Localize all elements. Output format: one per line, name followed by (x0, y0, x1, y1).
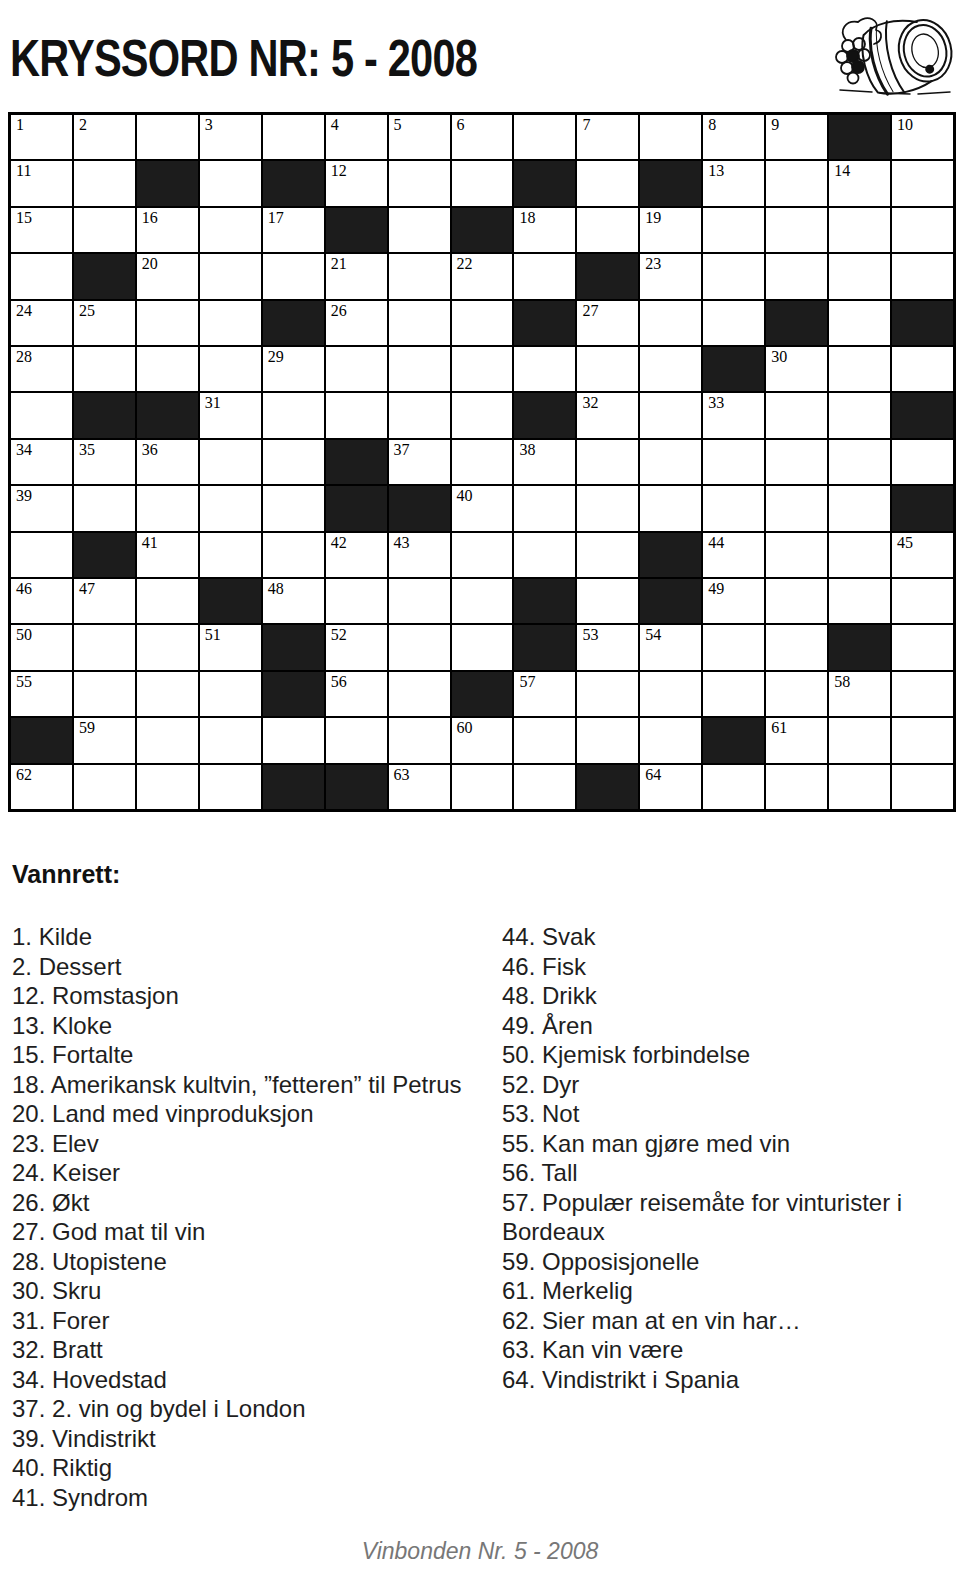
letter-cell (829, 393, 890, 437)
clue-number: 49 (708, 580, 724, 598)
letter-cell (766, 672, 827, 716)
clue-number: 12 (331, 162, 347, 180)
letter-cell: 62 (11, 765, 72, 809)
letter-cell (200, 301, 261, 345)
letter-cell: 38 (514, 440, 575, 484)
letter-cell (137, 347, 198, 391)
letter-cell (200, 440, 261, 484)
block-cell (389, 486, 450, 530)
clue-item: 53. Not (502, 1099, 952, 1129)
letter-cell: 46 (11, 579, 72, 623)
clue-item: 49. Åren (502, 1011, 952, 1041)
letter-cell (452, 533, 513, 577)
letter-cell (389, 718, 450, 762)
letter-cell (829, 254, 890, 298)
letter-cell (137, 765, 198, 809)
letter-cell: 30 (766, 347, 827, 391)
letter-cell (577, 718, 638, 762)
letter-cell: 21 (326, 254, 387, 298)
letter-cell (640, 347, 701, 391)
letter-cell: 35 (74, 440, 135, 484)
clue-item: 46. Fisk (502, 952, 952, 982)
letter-cell (577, 161, 638, 205)
letter-cell (263, 486, 324, 530)
letter-cell: 13 (703, 161, 764, 205)
letter-cell (577, 347, 638, 391)
letter-cell (577, 579, 638, 623)
letter-cell (892, 254, 953, 298)
clue-item: 39. Vindistrikt (12, 1424, 502, 1454)
letter-cell: 31 (200, 393, 261, 437)
letter-cell (703, 486, 764, 530)
letter-cell: 48 (263, 579, 324, 623)
letter-cell (514, 486, 575, 530)
clue-item: 28. Utopistene (12, 1247, 502, 1277)
letter-cell (892, 672, 953, 716)
clue-number: 5 (394, 116, 402, 134)
clue-number: 54 (645, 626, 661, 644)
clue-number: 59 (79, 719, 95, 737)
block-cell (200, 579, 261, 623)
letter-cell (766, 208, 827, 252)
letter-cell (514, 765, 575, 809)
letter-cell: 36 (137, 440, 198, 484)
letter-cell (514, 718, 575, 762)
clue-number: 34 (16, 441, 32, 459)
letter-cell: 20 (137, 254, 198, 298)
letter-cell: 43 (389, 533, 450, 577)
letter-cell: 27 (577, 301, 638, 345)
block-cell (577, 765, 638, 809)
letter-cell: 24 (11, 301, 72, 345)
clue-number: 56 (331, 673, 347, 691)
clue-number: 14 (834, 162, 850, 180)
crossword-grid: 1234567891011121314151617181920212223242… (8, 112, 956, 812)
clue-number: 20 (142, 255, 158, 273)
letter-cell: 1 (11, 115, 72, 159)
letter-cell: 40 (452, 486, 513, 530)
letter-cell: 37 (389, 440, 450, 484)
letter-cell: 53 (577, 625, 638, 669)
letter-cell (74, 208, 135, 252)
letter-cell (514, 533, 575, 577)
letter-cell (389, 579, 450, 623)
letter-cell (74, 486, 135, 530)
clue-item: 15. Fortalte (12, 1040, 502, 1070)
block-cell (829, 115, 890, 159)
clue-number: 62 (16, 766, 32, 784)
block-cell (892, 301, 953, 345)
letter-cell (452, 440, 513, 484)
letter-cell: 28 (11, 347, 72, 391)
clue-number: 39 (16, 487, 32, 505)
clue-item: 23. Elev (12, 1129, 502, 1159)
letter-cell: 15 (11, 208, 72, 252)
clue-number: 4 (331, 116, 339, 134)
letter-cell (452, 161, 513, 205)
letter-cell: 56 (326, 672, 387, 716)
block-cell (74, 393, 135, 437)
letter-cell (326, 393, 387, 437)
clue-number: 64 (645, 766, 661, 784)
clue-item: 40. Riktig (12, 1453, 502, 1483)
letter-cell (829, 579, 890, 623)
clue-item: 59. Opposisjonelle (502, 1247, 952, 1277)
clue-number: 3 (205, 116, 213, 134)
letter-cell (452, 625, 513, 669)
clue-number: 23 (645, 255, 661, 273)
block-cell (514, 161, 575, 205)
block-cell (263, 161, 324, 205)
letter-cell (829, 347, 890, 391)
letter-cell: 16 (137, 208, 198, 252)
block-cell (892, 486, 953, 530)
block-cell (326, 765, 387, 809)
letter-cell (766, 254, 827, 298)
clue-item: 37. 2. vin og bydel i London (12, 1394, 502, 1424)
block-cell (640, 533, 701, 577)
letter-cell: 32 (577, 393, 638, 437)
clue-item: 24. Keiser (12, 1158, 502, 1188)
letter-cell (263, 254, 324, 298)
block-cell (137, 161, 198, 205)
letter-cell: 34 (11, 440, 72, 484)
clue-number: 29 (268, 348, 284, 366)
clue-item: 26. Økt (12, 1188, 502, 1218)
block-cell (263, 301, 324, 345)
letter-cell (200, 533, 261, 577)
letter-cell: 39 (11, 486, 72, 530)
clue-item: 61. Merkelig (502, 1276, 952, 1306)
letter-cell (326, 579, 387, 623)
page-title: KRYSSORD NR: 5 - 2008 (10, 28, 477, 88)
letter-cell (11, 254, 72, 298)
letter-cell (263, 440, 324, 484)
letter-cell: 54 (640, 625, 701, 669)
letter-cell (577, 533, 638, 577)
letter-cell (74, 625, 135, 669)
clue-item: 55. Kan man gjøre med vin (502, 1129, 952, 1159)
letter-cell (766, 440, 827, 484)
clue-number: 8 (708, 116, 716, 134)
letter-cell (766, 765, 827, 809)
letter-cell (514, 254, 575, 298)
letter-cell (829, 765, 890, 809)
letter-cell: 6 (452, 115, 513, 159)
block-cell (74, 533, 135, 577)
letter-cell (640, 718, 701, 762)
letter-cell: 50 (11, 625, 72, 669)
letter-cell (703, 301, 764, 345)
clue-number: 50 (16, 626, 32, 644)
block-cell (514, 393, 575, 437)
letter-cell: 64 (640, 765, 701, 809)
letter-cell: 23 (640, 254, 701, 298)
clue-number: 52 (331, 626, 347, 644)
clue-number: 28 (16, 348, 32, 366)
letter-cell (766, 625, 827, 669)
clue-number: 21 (331, 255, 347, 273)
block-cell (137, 393, 198, 437)
block-cell (326, 208, 387, 252)
clue-number: 31 (205, 394, 221, 412)
block-cell (640, 161, 701, 205)
letter-cell: 14 (829, 161, 890, 205)
clue-number: 1 (16, 116, 24, 134)
clue-number: 6 (457, 116, 465, 134)
clue-item: 63. Kan vin være (502, 1335, 952, 1365)
letter-cell (326, 347, 387, 391)
letter-cell (577, 440, 638, 484)
letter-cell (74, 347, 135, 391)
clues-column-left: 1. Kilde2. Dessert12. Romstasjon13. Klok… (12, 922, 502, 1512)
letter-cell (200, 208, 261, 252)
letter-cell (137, 718, 198, 762)
clue-item: 57. Populær reisemåte for vinturister i … (502, 1188, 952, 1247)
clue-number: 26 (331, 302, 347, 320)
clue-item: 64. Vindistrikt i Spania (502, 1365, 952, 1395)
letter-cell (640, 301, 701, 345)
letter-cell (74, 161, 135, 205)
letter-cell: 10 (892, 115, 953, 159)
clue-number: 63 (394, 766, 410, 784)
letter-cell (640, 486, 701, 530)
clue-number: 16 (142, 209, 158, 227)
letter-cell (74, 672, 135, 716)
clue-number: 32 (582, 394, 598, 412)
letter-cell: 5 (389, 115, 450, 159)
letter-cell (640, 393, 701, 437)
letter-cell (263, 115, 324, 159)
letter-cell (703, 254, 764, 298)
block-cell (452, 208, 513, 252)
letter-cell (74, 765, 135, 809)
letter-cell: 3 (200, 115, 261, 159)
letter-cell (11, 393, 72, 437)
letter-cell (766, 533, 827, 577)
letter-cell: 25 (74, 301, 135, 345)
letter-cell (892, 347, 953, 391)
clue-number: 15 (16, 209, 32, 227)
letter-cell (452, 579, 513, 623)
clue-number: 33 (708, 394, 724, 412)
clue-item: 1. Kilde (12, 922, 502, 952)
clue-number: 58 (834, 673, 850, 691)
block-cell (514, 301, 575, 345)
letter-cell (829, 533, 890, 577)
clue-number: 36 (142, 441, 158, 459)
letter-cell (577, 486, 638, 530)
clue-number: 35 (79, 441, 95, 459)
block-cell (514, 625, 575, 669)
letter-cell (452, 765, 513, 809)
letter-cell (200, 718, 261, 762)
letter-cell (263, 718, 324, 762)
clue-number: 57 (519, 673, 535, 691)
clue-number: 61 (771, 719, 787, 737)
letter-cell (766, 161, 827, 205)
letter-cell (766, 393, 827, 437)
letter-cell (200, 765, 261, 809)
letter-cell (577, 672, 638, 716)
clue-number: 40 (457, 487, 473, 505)
letter-cell (452, 347, 513, 391)
block-cell (11, 718, 72, 762)
letter-cell: 19 (640, 208, 701, 252)
clue-number: 25 (79, 302, 95, 320)
clue-number: 60 (457, 719, 473, 737)
clue-number: 18 (519, 209, 535, 227)
letter-cell (703, 440, 764, 484)
letter-cell (829, 718, 890, 762)
letter-cell (389, 254, 450, 298)
letter-cell (389, 347, 450, 391)
letter-cell (829, 301, 890, 345)
block-cell (326, 440, 387, 484)
clue-number: 41 (142, 534, 158, 552)
block-cell (452, 672, 513, 716)
clues-column-right: 44. Svak46. Fisk48. Drikk49. Åren50. Kje… (502, 922, 952, 1512)
letter-cell: 45 (892, 533, 953, 577)
clue-item: 18. Amerikansk kultvin, ”fetteren” til P… (12, 1070, 502, 1100)
letter-cell: 2 (74, 115, 135, 159)
letter-cell (11, 533, 72, 577)
letter-cell (892, 208, 953, 252)
block-cell (326, 486, 387, 530)
letter-cell (326, 718, 387, 762)
block-cell (640, 579, 701, 623)
block-cell (74, 254, 135, 298)
clue-number: 30 (771, 348, 787, 366)
clue-number: 51 (205, 626, 221, 644)
letter-cell: 51 (200, 625, 261, 669)
letter-cell: 18 (514, 208, 575, 252)
clue-number: 19 (645, 209, 661, 227)
letter-cell: 63 (389, 765, 450, 809)
clue-number: 43 (394, 534, 410, 552)
letter-cell: 59 (74, 718, 135, 762)
letter-cell (829, 440, 890, 484)
letter-cell (577, 208, 638, 252)
clue-item: 48. Drikk (502, 981, 952, 1011)
clue-number: 38 (519, 441, 535, 459)
clue-item: 13. Kloke (12, 1011, 502, 1041)
clue-item: 32. Bratt (12, 1335, 502, 1365)
letter-cell (892, 765, 953, 809)
clues-heading: Vannrett: (12, 860, 952, 889)
letter-cell: 60 (452, 718, 513, 762)
wine-barrel-grapes-icon (832, 2, 958, 96)
letter-cell (452, 393, 513, 437)
letter-cell (137, 625, 198, 669)
letter-cell (514, 115, 575, 159)
clue-item: 27. God mat til vin (12, 1217, 502, 1247)
letter-cell (389, 625, 450, 669)
letter-cell: 42 (326, 533, 387, 577)
letter-cell (514, 347, 575, 391)
letter-cell (640, 440, 701, 484)
letter-cell (703, 672, 764, 716)
clue-item: 31. Forer (12, 1306, 502, 1336)
clue-item: 44. Svak (502, 922, 952, 952)
clue-item: 62. Sier man at en vin har… (502, 1306, 952, 1336)
letter-cell (892, 579, 953, 623)
clue-number: 10 (897, 116, 913, 134)
clue-number: 24 (16, 302, 32, 320)
letter-cell: 4 (326, 115, 387, 159)
block-cell (703, 347, 764, 391)
letter-cell (703, 765, 764, 809)
letter-cell (892, 625, 953, 669)
letter-cell (640, 672, 701, 716)
letter-cell (829, 486, 890, 530)
letter-cell (766, 579, 827, 623)
letter-cell (892, 440, 953, 484)
letter-cell: 8 (703, 115, 764, 159)
clue-number: 37 (394, 441, 410, 459)
clue-item: 34. Hovedstad (12, 1365, 502, 1395)
letter-cell: 12 (326, 161, 387, 205)
clue-item: 56. Tall (502, 1158, 952, 1188)
letter-cell (137, 486, 198, 530)
clue-item: 52. Dyr (502, 1070, 952, 1100)
letter-cell: 61 (766, 718, 827, 762)
letter-cell (137, 115, 198, 159)
clue-item: 12. Romstasjon (12, 981, 502, 1011)
letter-cell: 22 (452, 254, 513, 298)
clue-number: 46 (16, 580, 32, 598)
letter-cell: 17 (263, 208, 324, 252)
block-cell (514, 579, 575, 623)
letter-cell (137, 579, 198, 623)
clue-number: 27 (582, 302, 598, 320)
block-cell (577, 254, 638, 298)
clue-number: 48 (268, 580, 284, 598)
clue-number: 42 (331, 534, 347, 552)
clue-number: 11 (16, 162, 31, 180)
letter-cell: 41 (137, 533, 198, 577)
letter-cell: 55 (11, 672, 72, 716)
footer-credit: Vinbonden Nr. 5 - 2008 (0, 1538, 960, 1565)
clue-number: 53 (582, 626, 598, 644)
clue-columns: 1. Kilde2. Dessert12. Romstasjon13. Klok… (12, 922, 952, 1512)
clue-number: 13 (708, 162, 724, 180)
letter-cell: 47 (74, 579, 135, 623)
letter-cell (389, 161, 450, 205)
clue-item: 20. Land med vinproduksjon (12, 1099, 502, 1129)
block-cell (703, 718, 764, 762)
letter-cell: 58 (829, 672, 890, 716)
block-cell (263, 765, 324, 809)
letter-cell (389, 301, 450, 345)
letter-cell: 33 (703, 393, 764, 437)
clue-number: 47 (79, 580, 95, 598)
letter-cell: 9 (766, 115, 827, 159)
block-cell (892, 393, 953, 437)
letter-cell (389, 672, 450, 716)
clue-item: 30. Skru (12, 1276, 502, 1306)
letter-cell (200, 672, 261, 716)
letter-cell: 44 (703, 533, 764, 577)
letter-cell (389, 393, 450, 437)
block-cell (766, 301, 827, 345)
clue-number: 45 (897, 534, 913, 552)
letter-cell: 49 (703, 579, 764, 623)
clue-item: 50. Kjemisk forbindelse (502, 1040, 952, 1070)
letter-cell: 29 (263, 347, 324, 391)
letter-cell (389, 208, 450, 252)
letter-cell (263, 533, 324, 577)
